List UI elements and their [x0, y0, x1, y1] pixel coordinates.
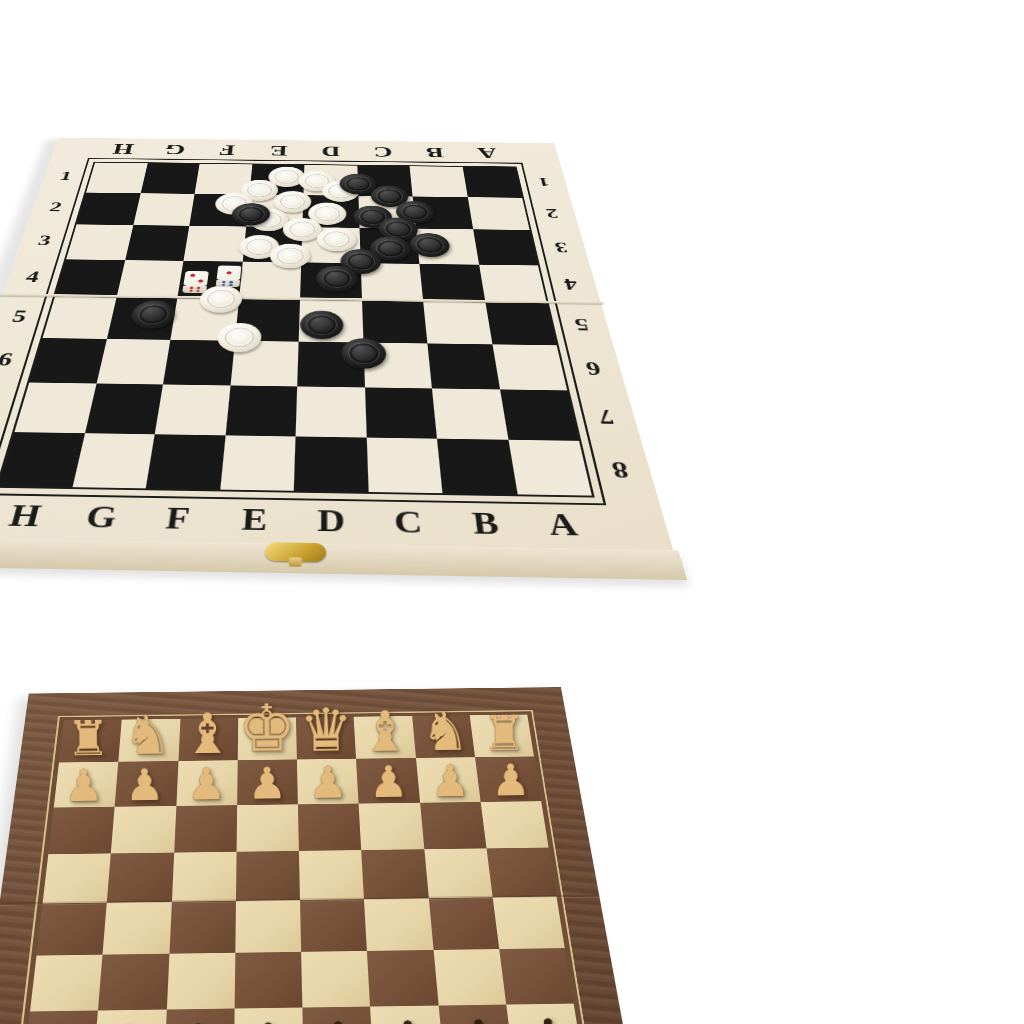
black-pawn-c7[interactable]: ♟ [386, 1015, 432, 1024]
die-front-face [215, 280, 239, 287]
die-pip [222, 284, 226, 286]
white-pawn-d2[interactable]: ♟ [308, 761, 348, 805]
coord-label-3: 3 [539, 230, 584, 266]
checker-white-10[interactable] [317, 228, 357, 252]
coord-label-C: C [369, 500, 449, 547]
checkers-pieces-layer [0, 162, 595, 498]
black-pawn-a7[interactable]: ♟ [525, 1013, 570, 1024]
white-rook-h1[interactable]: ♜ [66, 715, 110, 764]
checker-white-14[interactable] [216, 323, 262, 353]
clasp-latch [265, 542, 327, 562]
black-pawn-h7[interactable]: ♟ [35, 1020, 81, 1024]
coord-label-G: G [147, 140, 203, 159]
coord-label-4: 4 [547, 265, 595, 304]
coord-label-E: E [252, 141, 305, 161]
black-pawn-f7[interactable]: ♟ [175, 1018, 221, 1024]
coord-label-A: A [460, 143, 516, 163]
coord-label-C: C [357, 142, 410, 162]
white-bishop-f1[interactable]: ♝ [182, 707, 233, 763]
checkers-board-perspective: HGFEDCBA HGFEDCBA 12345678 12345678 [0, 0, 600, 600]
white-pawn-f2[interactable]: ♟ [186, 763, 226, 807]
coord-label-2: 2 [531, 197, 574, 230]
white-pawn-e2[interactable]: ♟ [247, 762, 287, 806]
die-pip [190, 287, 194, 289]
white-knight-g1[interactable]: ♞ [123, 709, 172, 763]
coord-label-1: 1 [523, 167, 564, 198]
black-pawn-e7[interactable]: ♟ [245, 1017, 291, 1024]
coord-label-H: H [95, 139, 152, 158]
coord-label-D: D [305, 141, 358, 161]
checker-black-26[interactable] [300, 311, 344, 340]
white-pawn-b2[interactable]: ♟ [430, 759, 470, 803]
die-pip [197, 287, 201, 289]
chess-board: ♜♞♝♚♛♝♞♜♟♟♟♟♟♟♟♟♟♟♟♟♟♟♟♟♜♞♝♚♛♝♞♜ [0, 687, 649, 1024]
white-rook-a1[interactable]: ♜ [482, 710, 526, 759]
die-front-face [183, 286, 208, 293]
white-queen-d1[interactable]: ♛ [299, 701, 353, 761]
white-pawn-g2[interactable]: ♟ [125, 763, 165, 807]
die-pip [226, 271, 231, 274]
checker-white-9[interactable] [282, 218, 322, 242]
white-pawn-c2[interactable]: ♟ [369, 760, 409, 804]
coord-label-F: F [199, 140, 253, 160]
checker-black-27[interactable] [341, 338, 387, 369]
die-pip [229, 284, 233, 286]
product-photo-stage: HGFEDCBA HGFEDCBA 12345678 12345678 ♜♞♝♚… [0, 0, 1024, 1024]
checker-black-25[interactable] [129, 300, 177, 328]
die-1[interactable] [184, 271, 210, 286]
checker-black-21[interactable] [409, 233, 451, 257]
black-pawn-g7[interactable]: ♟ [105, 1019, 151, 1024]
checker-white-12[interactable] [269, 244, 310, 269]
die-pip [198, 280, 203, 283]
black-pawn-d7[interactable]: ♟ [316, 1016, 362, 1024]
coord-label-E: E [214, 497, 294, 544]
coord-label-G: G [58, 495, 143, 541]
white-king-e1[interactable]: ♚ [237, 697, 296, 763]
white-pawn-h2[interactable]: ♟ [64, 764, 104, 808]
white-knight-b1[interactable]: ♞ [421, 705, 470, 759]
coord-label-F: F [136, 496, 219, 543]
white-pawn-a2[interactable]: ♟ [491, 759, 531, 803]
chess-board-perspective: ♜♞♝♚♛♝♞♜♟♟♟♟♟♟♟♟♟♟♟♟♟♟♟♟♜♞♝♚♛♝♞♜ [0, 600, 600, 1024]
coord-label-D: D [292, 498, 370, 545]
coord-label-B: B [444, 501, 527, 548]
checkers-board: HGFEDCBA HGFEDCBA 12345678 12345678 [0, 138, 673, 550]
coord-label-A: A [520, 502, 607, 549]
die-pip [190, 274, 195, 277]
coord-label-H: H [0, 493, 68, 539]
die-2[interactable] [216, 265, 241, 280]
white-bishop-c1[interactable]: ♝ [360, 704, 410, 760]
coord-label-B: B [408, 143, 463, 163]
black-pawn-b7[interactable]: ♟ [455, 1014, 501, 1024]
checker-black-24[interactable] [316, 266, 358, 292]
die-pip [196, 290, 200, 292]
die-pip [189, 290, 193, 292]
